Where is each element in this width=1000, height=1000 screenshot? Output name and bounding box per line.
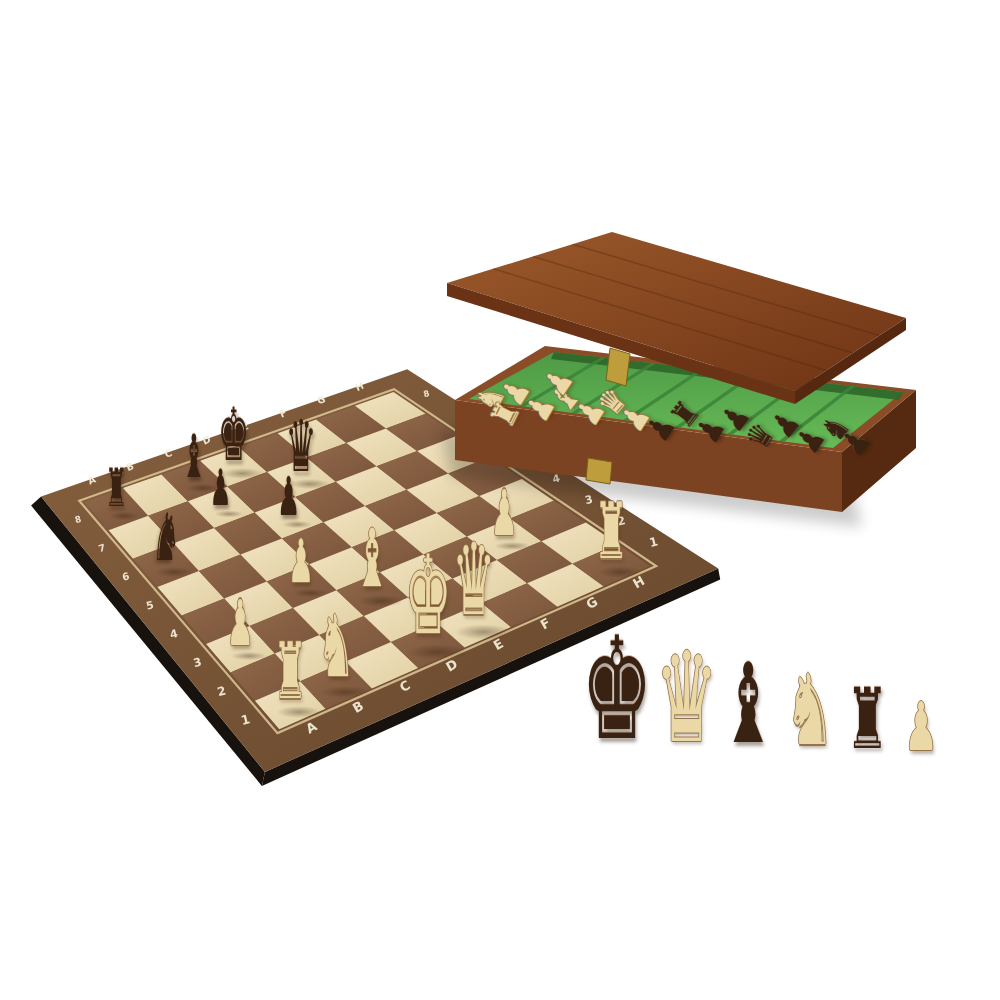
storage-box <box>440 232 916 527</box>
product-photo: AA88BB77CC66DD55EE44FF33GG22HH11 ♜♝♚♛♟♞♟… <box>0 0 1000 1000</box>
brass-clasp <box>586 458 612 484</box>
board-and-box-scene: AA88BB77CC66DD55EE44FF33GG22HH11 <box>0 0 1000 1000</box>
brass-latch <box>606 348 630 386</box>
